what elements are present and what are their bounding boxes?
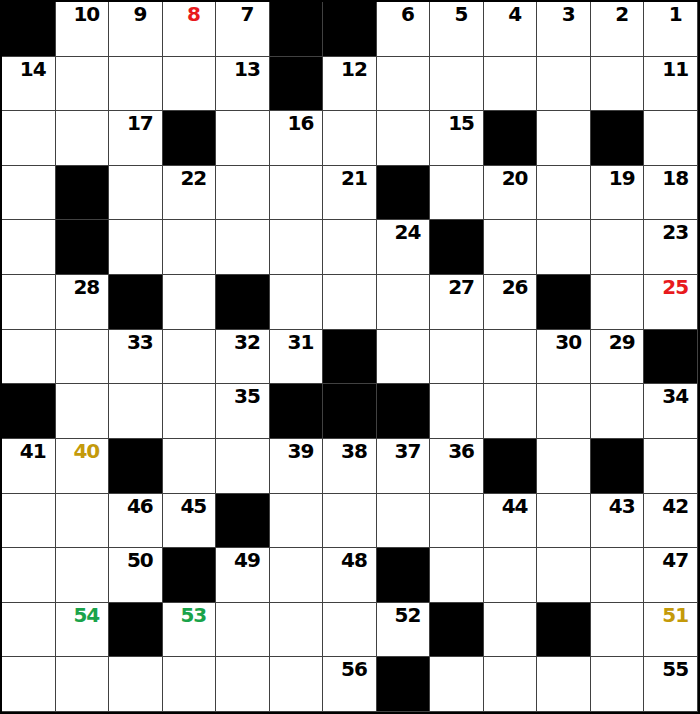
- black-cell-r7c5: [270, 384, 324, 439]
- cell-r8c12[interactable]: [644, 439, 698, 494]
- cell-r6c7[interactable]: [377, 330, 431, 385]
- cell-r12c1[interactable]: [56, 657, 110, 712]
- cell-r4c3[interactable]: [163, 220, 217, 275]
- cell-r6c8[interactable]: [430, 330, 484, 385]
- clue-number-6: 6: [377, 3, 430, 25]
- cell-r3c12[interactable]: 18: [644, 166, 698, 221]
- black-cell-r11c8: [430, 603, 484, 658]
- clue-number-10: 10: [56, 3, 109, 25]
- cell-r11c4[interactable]: [216, 603, 270, 658]
- black-cell-r11c10: [537, 603, 591, 658]
- cell-r3c4[interactable]: [216, 166, 270, 221]
- clue-number-27: 27: [430, 276, 483, 298]
- cell-r11c5[interactable]: [270, 603, 324, 658]
- cell-r8c4[interactable]: [216, 439, 270, 494]
- cell-r8c5[interactable]: 39: [270, 439, 324, 494]
- black-cell-r4c1: [56, 220, 110, 275]
- clue-number-51: 51: [644, 604, 697, 626]
- cell-r12c0[interactable]: [2, 657, 56, 712]
- clue-number-45: 45: [163, 495, 216, 517]
- clue-number-56: 56: [323, 658, 376, 680]
- cell-r5c0[interactable]: [2, 275, 56, 330]
- clue-number-29: 29: [591, 331, 644, 353]
- cell-r7c9[interactable]: [484, 384, 538, 439]
- cell-r1c0[interactable]: 14: [2, 57, 56, 112]
- cell-r10c0[interactable]: [2, 548, 56, 603]
- cell-r1c9[interactable]: [484, 57, 538, 112]
- cell-r2c1[interactable]: [56, 111, 110, 166]
- cell-r11c12[interactable]: 51: [644, 603, 698, 658]
- cell-r0c3[interactable]: 8: [163, 2, 217, 57]
- clue-number-2: 2: [591, 3, 644, 25]
- cell-r5c9[interactable]: 26: [484, 275, 538, 330]
- cell-r9c0[interactable]: [2, 494, 56, 549]
- cell-r9c3[interactable]: 45: [163, 494, 217, 549]
- cell-r12c10[interactable]: [537, 657, 591, 712]
- cell-r5c1[interactable]: 28: [56, 275, 110, 330]
- cell-r4c6[interactable]: [323, 220, 377, 275]
- cell-r8c0[interactable]: 41: [2, 439, 56, 494]
- cell-r1c8[interactable]: [430, 57, 484, 112]
- cell-r4c10[interactable]: [537, 220, 591, 275]
- black-cell-r8c11: [591, 439, 645, 494]
- clue-number-1: 1: [644, 3, 697, 25]
- cell-r9c10[interactable]: [537, 494, 591, 549]
- cell-r7c8[interactable]: [430, 384, 484, 439]
- cell-r9c9[interactable]: 44: [484, 494, 538, 549]
- cell-r4c4[interactable]: [216, 220, 270, 275]
- black-cell-r4c8: [430, 220, 484, 275]
- black-cell-r3c7: [377, 166, 431, 221]
- cell-r11c3[interactable]: 53: [163, 603, 217, 658]
- cell-r11c9[interactable]: [484, 603, 538, 658]
- cell-r11c7[interactable]: 52: [377, 603, 431, 658]
- cell-r0c12[interactable]: 1: [644, 2, 698, 57]
- cell-r8c10[interactable]: [537, 439, 591, 494]
- clue-number-7: 7: [216, 3, 269, 25]
- clue-number-37: 37: [377, 440, 430, 462]
- cell-r3c2[interactable]: [109, 166, 163, 221]
- black-cell-r0c5: [270, 2, 324, 57]
- cell-r9c11[interactable]: 43: [591, 494, 645, 549]
- cell-r5c8[interactable]: 27: [430, 275, 484, 330]
- clue-number-8: 8: [163, 3, 216, 25]
- cell-r9c5[interactable]: [270, 494, 324, 549]
- cell-r4c5[interactable]: [270, 220, 324, 275]
- black-cell-r7c6: [323, 384, 377, 439]
- cell-r12c3[interactable]: [163, 657, 217, 712]
- clue-number-18: 18: [644, 167, 697, 189]
- cell-r0c11[interactable]: 2: [591, 2, 645, 57]
- cell-r12c12[interactable]: 55: [644, 657, 698, 712]
- cell-r10c6[interactable]: 48: [323, 548, 377, 603]
- clue-number-32: 32: [216, 331, 269, 353]
- clue-number-50: 50: [109, 549, 162, 571]
- cell-r10c12[interactable]: 47: [644, 548, 698, 603]
- cell-r12c9[interactable]: [484, 657, 538, 712]
- cell-r10c1[interactable]: [56, 548, 110, 603]
- cell-r3c10[interactable]: [537, 166, 591, 221]
- clue-number-16: 16: [270, 112, 323, 134]
- cell-r6c2[interactable]: 33: [109, 330, 163, 385]
- cell-r4c9[interactable]: [484, 220, 538, 275]
- clue-number-20: 20: [484, 167, 537, 189]
- clue-number-14: 14: [2, 58, 55, 80]
- cell-r7c11[interactable]: [591, 384, 645, 439]
- cell-r2c6[interactable]: [323, 111, 377, 166]
- cell-r5c5[interactable]: [270, 275, 324, 330]
- cell-r4c11[interactable]: [591, 220, 645, 275]
- cell-r6c11[interactable]: 29: [591, 330, 645, 385]
- cell-r2c0[interactable]: [2, 111, 56, 166]
- clue-number-9: 9: [109, 3, 162, 25]
- cell-r3c11[interactable]: 19: [591, 166, 645, 221]
- black-cell-r10c7: [377, 548, 431, 603]
- clue-number-21: 21: [323, 167, 376, 189]
- cell-r8c3[interactable]: [163, 439, 217, 494]
- black-cell-r2c11: [591, 111, 645, 166]
- cell-r10c11[interactable]: [591, 548, 645, 603]
- cell-r0c9[interactable]: 4: [484, 2, 538, 57]
- cell-r5c7[interactable]: [377, 275, 431, 330]
- clue-number-31: 31: [270, 331, 323, 353]
- cell-r2c12[interactable]: [644, 111, 698, 166]
- cell-r4c0[interactable]: [2, 220, 56, 275]
- cell-r0c7[interactable]: 6: [377, 2, 431, 57]
- cell-r0c10[interactable]: 3: [537, 2, 591, 57]
- cell-r11c0[interactable]: [2, 603, 56, 658]
- cell-r0c2[interactable]: 9: [109, 2, 163, 57]
- clue-number-35: 35: [216, 385, 269, 407]
- cell-r2c2[interactable]: 17: [109, 111, 163, 166]
- cell-r10c2[interactable]: 50: [109, 548, 163, 603]
- clue-number-11: 11: [644, 58, 697, 80]
- cell-r8c7[interactable]: 37: [377, 439, 431, 494]
- black-cell-r6c6: [323, 330, 377, 385]
- cell-r12c11[interactable]: [591, 657, 645, 712]
- cell-r7c1[interactable]: [56, 384, 110, 439]
- cell-r12c8[interactable]: [430, 657, 484, 712]
- black-cell-r6c12: [644, 330, 698, 385]
- cell-r3c6[interactable]: 21: [323, 166, 377, 221]
- clue-number-4: 4: [484, 3, 537, 25]
- clue-number-48: 48: [323, 549, 376, 571]
- cell-r0c1[interactable]: 10: [56, 2, 110, 57]
- clue-number-26: 26: [484, 276, 537, 298]
- cell-r6c0[interactable]: [2, 330, 56, 385]
- cell-r3c0[interactable]: [2, 166, 56, 221]
- clue-number-15: 15: [430, 112, 483, 134]
- black-cell-r5c10: [537, 275, 591, 330]
- cell-r6c9[interactable]: [484, 330, 538, 385]
- black-cell-r9c4: [216, 494, 270, 549]
- cell-r2c10[interactable]: [537, 111, 591, 166]
- black-cell-r8c2: [109, 439, 163, 494]
- black-cell-r7c7: [377, 384, 431, 439]
- cell-r8c8[interactable]: 36: [430, 439, 484, 494]
- cell-r1c2[interactable]: [109, 57, 163, 112]
- clue-number-46: 46: [109, 495, 162, 517]
- cell-r6c10[interactable]: 30: [537, 330, 591, 385]
- cell-r12c5[interactable]: [270, 657, 324, 712]
- cell-r4c2[interactable]: [109, 220, 163, 275]
- clue-number-43: 43: [591, 495, 644, 517]
- cell-r12c6[interactable]: 56: [323, 657, 377, 712]
- cell-r3c9[interactable]: 20: [484, 166, 538, 221]
- cell-r10c5[interactable]: [270, 548, 324, 603]
- cell-r10c10[interactable]: [537, 548, 591, 603]
- cell-r1c10[interactable]: [537, 57, 591, 112]
- cell-r11c6[interactable]: [323, 603, 377, 658]
- cell-r10c4[interactable]: 49: [216, 548, 270, 603]
- cell-r11c11[interactable]: [591, 603, 645, 658]
- cell-r4c7[interactable]: 24: [377, 220, 431, 275]
- cell-r9c12[interactable]: 42: [644, 494, 698, 549]
- cell-r3c5[interactable]: [270, 166, 324, 221]
- cell-r5c11[interactable]: [591, 275, 645, 330]
- clue-number-30: 30: [537, 331, 590, 353]
- cell-r9c7[interactable]: [377, 494, 431, 549]
- cell-r1c3[interactable]: [163, 57, 217, 112]
- black-cell-r11c2: [109, 603, 163, 658]
- cell-r0c4[interactable]: 7: [216, 2, 270, 57]
- cell-r6c5[interactable]: 31: [270, 330, 324, 385]
- cell-r2c4[interactable]: [216, 111, 270, 166]
- cell-r11c1[interactable]: 54: [56, 603, 110, 658]
- clue-number-39: 39: [270, 440, 323, 462]
- cell-r10c8[interactable]: [430, 548, 484, 603]
- clue-number-34: 34: [644, 385, 697, 407]
- clue-number-44: 44: [484, 495, 537, 517]
- clue-number-13: 13: [216, 58, 269, 80]
- cell-r3c3[interactable]: 22: [163, 166, 217, 221]
- black-cell-r2c9: [484, 111, 538, 166]
- black-cell-r12c7: [377, 657, 431, 712]
- cell-r5c12[interactable]: 25: [644, 275, 698, 330]
- black-cell-r2c3: [163, 111, 217, 166]
- cell-r8c1[interactable]: 40: [56, 439, 110, 494]
- black-cell-r0c6: [323, 2, 377, 57]
- cell-r12c2[interactable]: [109, 657, 163, 712]
- cell-r1c6[interactable]: 12: [323, 57, 377, 112]
- clue-number-36: 36: [430, 440, 483, 462]
- cell-r5c3[interactable]: [163, 275, 217, 330]
- clue-number-49: 49: [216, 549, 269, 571]
- clue-number-55: 55: [644, 658, 697, 680]
- cell-r8c6[interactable]: 38: [323, 439, 377, 494]
- cell-r4c12[interactable]: 23: [644, 220, 698, 275]
- cell-r6c3[interactable]: [163, 330, 217, 385]
- cell-r7c12[interactable]: 34: [644, 384, 698, 439]
- clue-number-19: 19: [591, 167, 644, 189]
- cell-r1c11[interactable]: [591, 57, 645, 112]
- clue-number-5: 5: [430, 3, 483, 25]
- black-cell-r0c0: [2, 2, 56, 57]
- black-cell-r7c0: [2, 384, 56, 439]
- cell-r7c10[interactable]: [537, 384, 591, 439]
- clue-number-25: 25: [644, 276, 697, 298]
- black-cell-r1c5: [270, 57, 324, 112]
- cell-r12c4[interactable]: [216, 657, 270, 712]
- cell-r9c1[interactable]: [56, 494, 110, 549]
- black-cell-r3c1: [56, 166, 110, 221]
- clue-number-47: 47: [644, 549, 697, 571]
- cell-r3c8[interactable]: [430, 166, 484, 221]
- cell-r2c8[interactable]: 15: [430, 111, 484, 166]
- clue-number-28: 28: [56, 276, 109, 298]
- black-cell-r5c2: [109, 275, 163, 330]
- cell-r1c4[interactable]: 13: [216, 57, 270, 112]
- clue-number-53: 53: [163, 604, 216, 626]
- clue-number-24: 24: [377, 221, 430, 243]
- cell-r7c4[interactable]: 35: [216, 384, 270, 439]
- black-cell-r10c3: [163, 548, 217, 603]
- clue-number-38: 38: [323, 440, 376, 462]
- cell-r1c12[interactable]: 11: [644, 57, 698, 112]
- clue-number-40: 40: [56, 440, 109, 462]
- clue-number-41: 41: [2, 440, 55, 462]
- clue-number-3: 3: [537, 3, 590, 25]
- cell-r1c7[interactable]: [377, 57, 431, 112]
- clue-number-22: 22: [163, 167, 216, 189]
- cell-r6c1[interactable]: [56, 330, 110, 385]
- clue-number-42: 42: [644, 495, 697, 517]
- cell-r7c3[interactable]: [163, 384, 217, 439]
- cell-r9c8[interactable]: [430, 494, 484, 549]
- cell-r5c6[interactable]: [323, 275, 377, 330]
- clue-number-12: 12: [323, 58, 376, 80]
- cell-r10c9[interactable]: [484, 548, 538, 603]
- cell-r2c7[interactable]: [377, 111, 431, 166]
- clue-number-54: 54: [56, 604, 109, 626]
- black-cell-r5c4: [216, 275, 270, 330]
- black-cell-r8c9: [484, 439, 538, 494]
- cell-r6c4[interactable]: 32: [216, 330, 270, 385]
- cell-r0c8[interactable]: 5: [430, 2, 484, 57]
- crossword-grid: 1098765432114131211171615222120191824232…: [0, 0, 700, 714]
- cell-r9c2[interactable]: 46: [109, 494, 163, 549]
- cell-r1c1[interactable]: [56, 57, 110, 112]
- cell-r9c6[interactable]: [323, 494, 377, 549]
- cell-r7c2[interactable]: [109, 384, 163, 439]
- clue-number-23: 23: [644, 221, 697, 243]
- cell-r2c5[interactable]: 16: [270, 111, 324, 166]
- clue-number-33: 33: [109, 331, 162, 353]
- clue-number-52: 52: [377, 604, 430, 626]
- clue-number-17: 17: [109, 112, 162, 134]
